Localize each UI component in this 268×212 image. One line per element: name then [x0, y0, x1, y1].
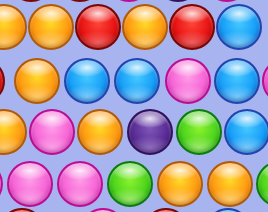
bubble-blue[interactable] — [216, 4, 262, 50]
bubble-red[interactable] — [169, 4, 215, 50]
bubble-red[interactable] — [143, 208, 189, 212]
bubble-board[interactable] — [0, 0, 268, 212]
bubble-orange[interactable] — [0, 4, 27, 50]
bubble-green[interactable] — [107, 161, 153, 207]
bubble-red[interactable] — [8, 0, 54, 2]
bubble-orange[interactable] — [77, 109, 123, 155]
bubble-pink[interactable] — [204, 0, 250, 2]
bubble-blue[interactable] — [224, 109, 268, 155]
bubble-blue[interactable] — [205, 208, 251, 212]
bubble-blue[interactable] — [214, 58, 260, 104]
bubble-pink[interactable] — [106, 0, 152, 2]
bubble-red[interactable] — [0, 58, 5, 104]
bubble-pink[interactable] — [165, 58, 211, 104]
bubble-purple[interactable] — [155, 0, 201, 2]
bubble-red[interactable] — [57, 0, 103, 2]
bubble-pink[interactable] — [80, 208, 126, 212]
bubble-pink[interactable] — [7, 161, 53, 207]
bubble-pink[interactable] — [57, 161, 103, 207]
bubble-red[interactable] — [0, 208, 45, 212]
bubble-orange[interactable] — [122, 4, 168, 50]
bubble-pink[interactable] — [29, 109, 75, 155]
bubble-blue[interactable] — [64, 58, 110, 104]
bubble-blue[interactable] — [114, 58, 160, 104]
bubble-orange[interactable] — [28, 4, 74, 50]
bubble-purple[interactable] — [127, 109, 173, 155]
bubble-orange[interactable] — [14, 58, 60, 104]
bubble-red[interactable] — [75, 4, 121, 50]
bubble-green[interactable] — [256, 161, 268, 207]
bubble-pink[interactable] — [0, 161, 3, 207]
bubble-orange[interactable] — [207, 161, 253, 207]
bubble-orange[interactable] — [157, 161, 203, 207]
bubble-orange[interactable] — [0, 109, 27, 155]
bubble-pink[interactable] — [262, 58, 268, 104]
bubble-green[interactable] — [176, 109, 222, 155]
